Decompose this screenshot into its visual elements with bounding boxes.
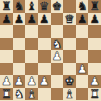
square-a4[interactable]: [0, 50, 13, 63]
piece-black-rook[interactable]: ♜: [90, 0, 100, 12]
square-f4[interactable]: [63, 50, 76, 63]
square-f2[interactable]: ♚: [63, 75, 76, 88]
square-c5[interactable]: [25, 38, 38, 51]
piece-white-pawn[interactable]: ♟: [77, 63, 87, 75]
square-b5[interactable]: [13, 38, 26, 51]
square-h2[interactable]: ♟: [88, 75, 101, 88]
square-h1[interactable]: ♜: [88, 88, 101, 101]
piece-white-pawn[interactable]: ♟: [52, 50, 62, 62]
square-e6[interactable]: [51, 25, 64, 38]
square-f8[interactable]: [63, 0, 76, 13]
piece-black-king[interactable]: ♚: [52, 0, 62, 12]
square-a8[interactable]: ♜: [0, 0, 13, 13]
square-d5[interactable]: [38, 38, 51, 51]
square-b6[interactable]: [13, 25, 26, 38]
square-d6[interactable]: [38, 25, 51, 38]
square-a6[interactable]: [0, 25, 13, 38]
square-h8[interactable]: ♜: [88, 0, 101, 13]
square-g1[interactable]: [76, 88, 89, 101]
piece-white-bishop[interactable]: ♝: [26, 88, 36, 100]
square-h6[interactable]: [88, 25, 101, 38]
chess-board: ♜♞♝♛♚♞♜♟♟♟♟♛♟♟♞♟♟♟♟♟♟♚♟♜♞♝♝♜: [0, 0, 101, 100]
square-h3[interactable]: [88, 63, 101, 76]
square-c7[interactable]: ♟: [25, 13, 38, 26]
piece-white-knight[interactable]: ♞: [52, 38, 62, 50]
piece-black-pawn[interactable]: ♟: [39, 13, 49, 25]
square-g2[interactable]: [76, 75, 89, 88]
square-e5[interactable]: ♞: [51, 38, 64, 51]
piece-black-bishop[interactable]: ♝: [26, 0, 36, 12]
square-c2[interactable]: ♟: [25, 75, 38, 88]
square-f7[interactable]: ♛: [63, 13, 76, 26]
square-c8[interactable]: ♝: [25, 0, 38, 13]
piece-white-rook[interactable]: ♜: [1, 88, 11, 100]
square-g3[interactable]: ♟: [76, 63, 89, 76]
square-f5[interactable]: [63, 38, 76, 51]
square-b7[interactable]: ♟: [13, 13, 26, 26]
square-c1[interactable]: ♝: [25, 88, 38, 101]
square-d8[interactable]: ♛: [38, 0, 51, 13]
piece-black-pawn[interactable]: ♟: [26, 13, 36, 25]
square-b8[interactable]: ♞: [13, 0, 26, 13]
square-b4[interactable]: [13, 50, 26, 63]
piece-white-pawn[interactable]: ♟: [26, 75, 36, 87]
square-e2[interactable]: [51, 75, 64, 88]
square-e8[interactable]: ♚: [51, 0, 64, 13]
square-b2[interactable]: ♟: [13, 75, 26, 88]
square-e7[interactable]: [51, 13, 64, 26]
square-g8[interactable]: ♞: [76, 0, 89, 13]
piece-white-king[interactable]: ♚: [64, 75, 74, 87]
square-e1[interactable]: [51, 88, 64, 101]
square-e3[interactable]: [51, 63, 64, 76]
square-a5[interactable]: [0, 38, 13, 51]
piece-black-pawn[interactable]: ♟: [90, 13, 100, 25]
piece-black-pawn[interactable]: ♟: [1, 13, 11, 25]
square-d7[interactable]: ♟: [38, 13, 51, 26]
square-d4[interactable]: [38, 50, 51, 63]
piece-white-pawn[interactable]: ♟: [90, 75, 100, 87]
square-a2[interactable]: ♟: [0, 75, 13, 88]
square-a7[interactable]: ♟: [0, 13, 13, 26]
square-h5[interactable]: [88, 38, 101, 51]
square-c3[interactable]: [25, 63, 38, 76]
square-a1[interactable]: ♜: [0, 88, 13, 101]
square-a3[interactable]: [0, 63, 13, 76]
square-f1[interactable]: ♝: [63, 88, 76, 101]
piece-white-pawn[interactable]: ♟: [1, 75, 11, 87]
square-g7[interactable]: ♟: [76, 13, 89, 26]
square-c4[interactable]: [25, 50, 38, 63]
square-f6[interactable]: [63, 25, 76, 38]
piece-white-pawn[interactable]: ♟: [39, 75, 49, 87]
square-d2[interactable]: ♟: [38, 75, 51, 88]
piece-black-pawn[interactable]: ♟: [77, 13, 87, 25]
square-h4[interactable]: [88, 50, 101, 63]
piece-white-knight[interactable]: ♞: [14, 88, 24, 100]
square-e4[interactable]: ♟: [51, 50, 64, 63]
piece-black-pawn[interactable]: ♟: [14, 13, 24, 25]
piece-white-pawn[interactable]: ♟: [14, 75, 24, 87]
piece-white-queen[interactable]: ♛: [64, 13, 74, 25]
square-d3[interactable]: [38, 63, 51, 76]
square-h7[interactable]: ♟: [88, 13, 101, 26]
square-b3[interactable]: [13, 63, 26, 76]
piece-black-queen[interactable]: ♛: [39, 0, 49, 12]
piece-black-rook[interactable]: ♜: [1, 0, 11, 12]
piece-white-rook[interactable]: ♜: [90, 88, 100, 100]
square-c6[interactable]: [25, 25, 38, 38]
piece-black-knight[interactable]: ♞: [77, 0, 87, 12]
piece-black-knight[interactable]: ♞: [14, 0, 24, 12]
square-f3[interactable]: [63, 63, 76, 76]
square-b1[interactable]: ♞: [13, 88, 26, 101]
square-g5[interactable]: [76, 38, 89, 51]
square-g4[interactable]: [76, 50, 89, 63]
piece-white-bishop[interactable]: ♝: [64, 88, 74, 100]
square-g6[interactable]: [76, 25, 89, 38]
square-d1[interactable]: [38, 88, 51, 101]
